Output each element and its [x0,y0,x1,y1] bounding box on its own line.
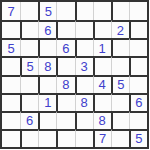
cell-r7c5[interactable] [75,111,93,129]
cell-r1c5[interactable] [75,2,93,20]
given-digit-r7c2: 6 [20,111,38,129]
cell-r8c5[interactable] [75,129,93,147]
cell-r8c2[interactable] [20,129,38,147]
bricks-board: 75625615838451866875 [0,0,149,149]
cell-r3c2[interactable] [20,38,38,56]
cell-r6c6[interactable] [93,93,111,111]
given-digit-r4c3: 8 [38,56,56,74]
given-digit-r3c4: 6 [56,38,74,56]
cell-r8c3[interactable] [38,129,56,147]
cell-r4c7[interactable] [111,56,129,74]
cell-r6c7[interactable] [111,93,129,111]
cell-r4c1[interactable] [2,56,20,74]
cell-r7c8[interactable] [129,111,147,129]
cell-r5c8[interactable] [129,75,147,93]
cell-r1c6[interactable] [93,2,111,20]
cell-r2c2[interactable] [20,20,38,38]
cell-r8c4[interactable] [56,129,74,147]
cell-r6c1[interactable] [2,93,20,111]
given-digit-r2c7: 2 [111,20,129,38]
cell-r3c5[interactable] [75,38,93,56]
cell-r4c4[interactable] [56,56,74,74]
given-digit-r5c4: 8 [56,75,74,93]
cell-r4c6[interactable] [93,56,111,74]
cell-r2c6[interactable] [93,20,111,38]
given-digit-r2c3: 6 [38,20,56,38]
cell-r2c5[interactable] [75,20,93,38]
given-digit-r5c6: 4 [93,75,111,93]
cell-r7c7[interactable] [111,111,129,129]
cell-r5c5[interactable] [75,75,93,93]
cell-r2c1[interactable] [2,20,20,38]
given-digit-r6c3: 1 [38,93,56,111]
given-digit-r6c5: 8 [75,93,93,111]
cell-r6c4[interactable] [56,93,74,111]
cell-r1c8[interactable] [129,2,147,20]
given-digit-r4c2: 5 [20,56,38,74]
cell-r1c4[interactable] [56,2,74,20]
given-digit-r1c1: 7 [2,2,20,20]
given-digit-r5c7: 5 [111,75,129,93]
cell-r7c4[interactable] [56,111,74,129]
cell-r4c8[interactable] [129,56,147,74]
cell-r3c8[interactable] [129,38,147,56]
cell-r6c2[interactable] [20,93,38,111]
given-digit-r7c6: 8 [93,111,111,129]
given-digit-r6c8: 6 [129,93,147,111]
given-digit-r4c5: 3 [75,56,93,74]
cell-r7c1[interactable] [2,111,20,129]
given-digit-r8c8: 5 [129,129,147,147]
cell-r1c2[interactable] [20,2,38,20]
cell-r3c3[interactable] [38,38,56,56]
cell-r5c2[interactable] [20,75,38,93]
cell-r3c7[interactable] [111,38,129,56]
cell-r8c7[interactable] [111,129,129,147]
given-digit-r3c6: 1 [93,38,111,56]
cell-r5c1[interactable] [2,75,20,93]
cell-r5c3[interactable] [38,75,56,93]
cell-r2c4[interactable] [56,20,74,38]
cell-r8c1[interactable] [2,129,20,147]
given-digit-r8c6: 7 [93,129,111,147]
cell-r7c3[interactable] [38,111,56,129]
given-digit-r3c1: 5 [2,38,20,56]
cell-r2c8[interactable] [129,20,147,38]
cell-r1c7[interactable] [111,2,129,20]
given-digit-r1c3: 5 [38,2,56,20]
